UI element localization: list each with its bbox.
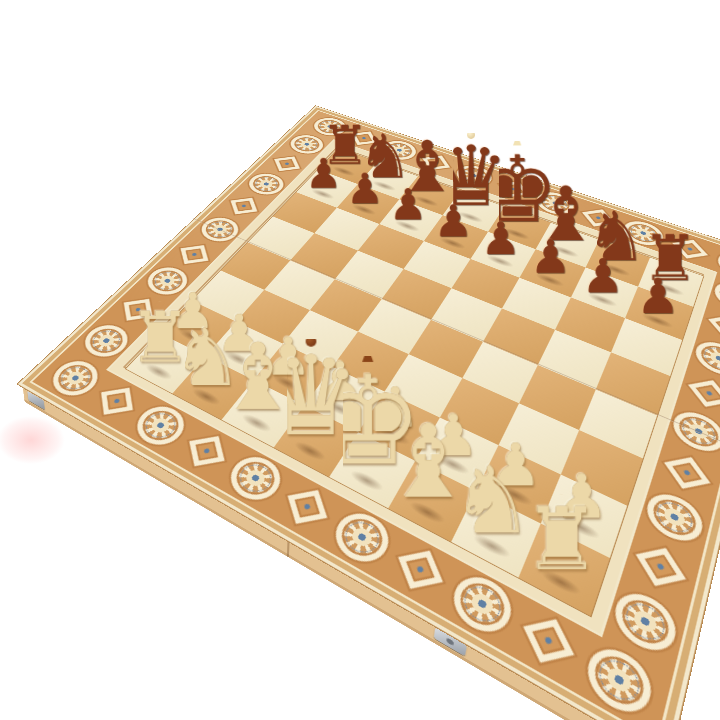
square-e1[interactable] [329,432,415,508]
square-g2[interactable] [476,445,561,523]
diamond-motif [664,457,710,489]
square-f3[interactable] [440,378,519,445]
diamond-motif [708,315,720,338]
square-c3[interactable] [283,310,358,367]
square-g3[interactable] [499,403,580,474]
square-g4[interactable] [519,365,596,430]
square-h3[interactable] [561,430,643,506]
king-finial-cone-icon [513,134,521,146]
diamond-motif [124,299,153,321]
diamond-motif [398,551,443,589]
product-photo-scene: ♜✚♞♝♛♚♝♞♜✚♟♟♟♟♟♟♟♟♟♟♟♟♟♟♟♟♜✚♞♝♛♚♝♞♜✚ [0,0,720,720]
diamond-motif [181,245,209,264]
diamond-motif [422,155,450,170]
square-c1[interactable] [222,380,305,447]
diamond-motif [672,240,708,259]
square-d2[interactable] [304,367,384,432]
square-b1[interactable] [172,356,253,420]
rosette-motif [669,405,720,458]
chess-box: ♜✚♞♝♛♚♝♞♜✚♟♟♟♟♟♟♟♟♟♟♟♟♟♟♟♟♜✚♞♝♛♚♝♞♜✚ [18,106,720,720]
square-h2[interactable] [541,475,627,558]
square-h1[interactable] [518,523,609,616]
diamond-motif [230,198,257,215]
diamond-motif [274,156,300,171]
front-face-seam [287,537,290,558]
carved-border-frame [29,110,720,720]
square-h6[interactable] [611,318,682,376]
square-e4[interactable] [409,320,483,378]
diamond-motif [582,209,615,226]
square-d3[interactable] [332,332,408,392]
square-f4[interactable] [462,342,537,403]
rosette-motif [642,487,707,551]
diamond-motif [287,490,327,524]
square-a1[interactable] [126,333,206,393]
square-c2[interactable] [254,344,333,406]
diamond-motif [351,131,377,145]
diamond-motif [523,619,574,663]
square-e3[interactable] [385,354,463,417]
diamond-motif [499,181,529,197]
square-h4[interactable] [579,389,657,458]
square-h5[interactable] [596,352,670,415]
square-f2[interactable] [415,418,498,492]
square-d1[interactable] [274,405,358,477]
diamond-motif [189,436,224,466]
rosette-motif [692,337,720,382]
metal-clasp[interactable] [434,627,467,656]
board-top-surface: ♜✚♞♝♛♚♝♞♜✚♟♟♟♟♟♟♟♟♟♟♟♟♟♟♟♟♜✚♞♝♛♚♝♞♜✚ [18,106,720,720]
diamond-motif [101,387,133,414]
rosette-motif [581,639,657,720]
square-e2[interactable] [358,392,440,461]
diamond-motif [688,380,720,407]
diamond-motif [636,548,686,586]
queen-finial-ball-icon [467,131,475,139]
square-b2[interactable] [206,322,283,380]
